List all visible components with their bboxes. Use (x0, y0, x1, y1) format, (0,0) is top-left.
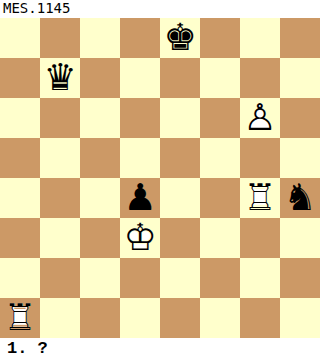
square-g7[interactable] (240, 58, 280, 98)
square-b5[interactable] (40, 138, 80, 178)
square-e4[interactable] (160, 178, 200, 218)
square-g1[interactable] (240, 298, 280, 338)
square-f3[interactable] (200, 218, 240, 258)
square-c5[interactable] (80, 138, 120, 178)
square-b7[interactable]: ♛ (40, 58, 80, 98)
square-a8[interactable] (0, 18, 40, 58)
chess-board: ♚♛♟♙♟♜♖♞♚♔♜♖ (0, 18, 320, 338)
square-b8[interactable] (40, 18, 80, 58)
square-h5[interactable] (280, 138, 320, 178)
square-d8[interactable] (120, 18, 160, 58)
square-g5[interactable] (240, 138, 280, 178)
square-c8[interactable] (80, 18, 120, 58)
square-g4[interactable]: ♜♖ (240, 178, 280, 218)
square-e3[interactable] (160, 218, 200, 258)
square-a2[interactable] (0, 258, 40, 298)
square-e5[interactable] (160, 138, 200, 178)
square-d2[interactable] (120, 258, 160, 298)
black-king-piece: ♚ (163, 18, 196, 58)
square-g3[interactable] (240, 218, 280, 258)
square-f1[interactable] (200, 298, 240, 338)
square-c1[interactable] (80, 298, 120, 338)
square-a1[interactable]: ♜♖ (0, 298, 40, 338)
square-a7[interactable] (0, 58, 40, 98)
square-h6[interactable] (280, 98, 320, 138)
square-f4[interactable] (200, 178, 240, 218)
black-queen-piece: ♛ (43, 58, 76, 98)
square-a5[interactable] (0, 138, 40, 178)
square-d4[interactable]: ♟ (120, 178, 160, 218)
square-d3[interactable]: ♚♔ (120, 218, 160, 258)
square-e6[interactable] (160, 98, 200, 138)
square-b2[interactable] (40, 258, 80, 298)
puzzle-title: MES.1145 (0, 0, 320, 18)
white-pawn-piece: ♟♙ (243, 98, 276, 138)
square-h2[interactable] (280, 258, 320, 298)
square-c3[interactable] (80, 218, 120, 258)
black-pawn-piece: ♟ (123, 178, 156, 218)
square-c6[interactable] (80, 98, 120, 138)
square-f6[interactable] (200, 98, 240, 138)
square-b4[interactable] (40, 178, 80, 218)
square-h4[interactable]: ♞ (280, 178, 320, 218)
square-a6[interactable] (0, 98, 40, 138)
square-f8[interactable] (200, 18, 240, 58)
square-g8[interactable] (240, 18, 280, 58)
square-e2[interactable] (160, 258, 200, 298)
square-g2[interactable] (240, 258, 280, 298)
square-a4[interactable] (0, 178, 40, 218)
move-prompt: 1. ? (0, 338, 320, 360)
square-h3[interactable] (280, 218, 320, 258)
square-d1[interactable] (120, 298, 160, 338)
square-b1[interactable] (40, 298, 80, 338)
square-a3[interactable] (0, 218, 40, 258)
white-rook-piece: ♜♖ (3, 298, 36, 338)
square-d6[interactable] (120, 98, 160, 138)
square-h1[interactable] (280, 298, 320, 338)
square-e1[interactable] (160, 298, 200, 338)
black-knight-piece: ♞ (283, 178, 316, 218)
square-e7[interactable] (160, 58, 200, 98)
square-e8[interactable]: ♚ (160, 18, 200, 58)
square-d7[interactable] (120, 58, 160, 98)
square-c4[interactable] (80, 178, 120, 218)
square-b6[interactable] (40, 98, 80, 138)
square-c7[interactable] (80, 58, 120, 98)
square-h7[interactable] (280, 58, 320, 98)
white-rook-piece: ♜♖ (243, 178, 276, 218)
square-b3[interactable] (40, 218, 80, 258)
square-h8[interactable] (280, 18, 320, 58)
square-c2[interactable] (80, 258, 120, 298)
square-f5[interactable] (200, 138, 240, 178)
square-d5[interactable] (120, 138, 160, 178)
square-f7[interactable] (200, 58, 240, 98)
square-g6[interactable]: ♟♙ (240, 98, 280, 138)
white-king-piece: ♚♔ (123, 218, 156, 258)
square-f2[interactable] (200, 258, 240, 298)
